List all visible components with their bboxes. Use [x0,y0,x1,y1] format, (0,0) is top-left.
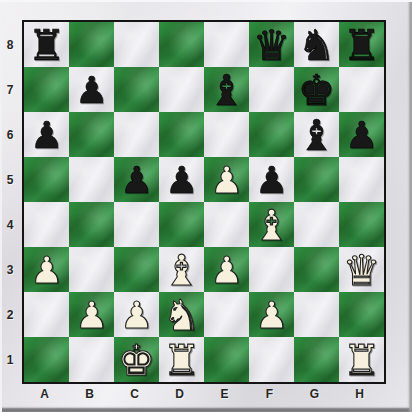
file-label-a: A [22,384,67,408]
square-b8[interactable] [69,22,114,67]
rank-label-4: 4 [0,202,20,247]
white-bishop-d3: ♝ [163,250,201,292]
square-e2[interactable] [204,292,249,337]
square-d8[interactable] [159,22,204,67]
white-king-c1: ♚ [118,340,156,382]
square-f2[interactable]: ♟ [249,292,294,337]
square-g6[interactable]: ♝ [294,112,339,157]
square-e6[interactable] [204,112,249,157]
black-bishop-g6: ♝ [298,115,336,157]
file-label-g: G [292,384,337,408]
square-h5[interactable] [339,157,384,202]
white-queen-h3: ♛ [343,250,381,292]
rank-labels: 87654321 [0,20,22,384]
square-a5[interactable] [24,157,69,202]
square-b4[interactable] [69,202,114,247]
square-a2[interactable] [24,292,69,337]
black-king-g7: ♚ [298,70,336,112]
square-c2[interactable]: ♟ [114,292,159,337]
square-h1[interactable]: ♜ [339,337,384,382]
square-d4[interactable] [159,202,204,247]
black-bishop-e7: ♝ [208,70,246,112]
square-e8[interactable] [204,22,249,67]
rank-label-1: 1 [0,337,20,382]
white-rook-d1: ♜ [163,340,201,382]
square-h7[interactable] [339,67,384,112]
white-pawn-a3: ♟ [30,252,63,289]
square-e5[interactable]: ♟ [204,157,249,202]
square-g1[interactable] [294,337,339,382]
square-h3[interactable]: ♛ [339,247,384,292]
black-pawn-d5: ♟ [165,162,198,199]
square-d7[interactable] [159,67,204,112]
white-knight-d2: ♞ [163,295,201,337]
square-b1[interactable] [69,337,114,382]
rank-label-5: 5 [0,157,20,202]
black-pawn-h6: ♟ [345,117,378,154]
rank-label-3: 3 [0,247,20,292]
square-d3[interactable]: ♝ [159,247,204,292]
rank-label-7: 7 [0,67,20,112]
square-g2[interactable] [294,292,339,337]
square-b7[interactable]: ♟ [69,67,114,112]
chessboard-scene: ♜♛♞♜♟♝♚♟♝♟♟♟♟♟♝♟♝♟♛♟♟♞♟♚♜♜ 87654321 ABCD… [0,0,412,412]
square-g4[interactable] [294,202,339,247]
square-c5[interactable]: ♟ [114,157,159,202]
black-pawn-f5: ♟ [255,162,288,199]
square-g8[interactable]: ♞ [294,22,339,67]
square-f6[interactable] [249,112,294,157]
square-d6[interactable] [159,112,204,157]
square-c3[interactable] [114,247,159,292]
file-label-f: F [247,384,292,408]
square-h2[interactable] [339,292,384,337]
square-f1[interactable] [249,337,294,382]
square-b3[interactable] [69,247,114,292]
square-b5[interactable] [69,157,114,202]
black-rook-h8: ♜ [343,25,381,67]
black-pawn-b7: ♟ [75,72,108,109]
square-b2[interactable]: ♟ [69,292,114,337]
square-a7[interactable] [24,67,69,112]
square-c7[interactable] [114,67,159,112]
square-e3[interactable]: ♟ [204,247,249,292]
square-a6[interactable]: ♟ [24,112,69,157]
square-h6[interactable]: ♟ [339,112,384,157]
black-knight-g8: ♞ [298,25,336,67]
chess-board: ♜♛♞♜♟♝♚♟♝♟♟♟♟♟♝♟♝♟♛♟♟♞♟♚♜♜ [22,20,386,384]
black-pawn-a6: ♟ [30,117,63,154]
square-a3[interactable]: ♟ [24,247,69,292]
file-label-c: C [112,384,157,408]
square-g7[interactable]: ♚ [294,67,339,112]
white-pawn-e5: ♟ [210,162,243,199]
rank-label-8: 8 [0,22,20,67]
file-label-e: E [202,384,247,408]
square-e1[interactable] [204,337,249,382]
rank-label-6: 6 [0,112,20,157]
square-c1[interactable]: ♚ [114,337,159,382]
square-g3[interactable] [294,247,339,292]
square-d1[interactable]: ♜ [159,337,204,382]
white-pawn-e3: ♟ [210,252,243,289]
white-rook-h1: ♜ [343,340,381,382]
square-e4[interactable] [204,202,249,247]
square-b6[interactable] [69,112,114,157]
file-labels: ABCDEFGH [22,384,386,408]
square-h4[interactable] [339,202,384,247]
square-e7[interactable]: ♝ [204,67,249,112]
square-h8[interactable]: ♜ [339,22,384,67]
file-label-b: B [67,384,112,408]
black-queen-f8: ♛ [253,25,291,67]
square-f5[interactable]: ♟ [249,157,294,202]
square-d2[interactable]: ♞ [159,292,204,337]
square-a1[interactable] [24,337,69,382]
square-c6[interactable] [114,112,159,157]
square-f4[interactable]: ♝ [249,202,294,247]
square-a4[interactable] [24,202,69,247]
white-pawn-f2: ♟ [255,297,288,334]
square-f8[interactable]: ♛ [249,22,294,67]
black-rook-a8: ♜ [28,25,66,67]
file-label-h: H [337,384,382,408]
file-label-d: D [157,384,202,408]
white-pawn-b2: ♟ [75,297,108,334]
white-bishop-f4: ♝ [253,205,291,247]
square-f7[interactable] [249,67,294,112]
square-c4[interactable] [114,202,159,247]
square-d5[interactable]: ♟ [159,157,204,202]
square-a8[interactable]: ♜ [24,22,69,67]
rank-label-2: 2 [0,292,20,337]
square-c8[interactable] [114,22,159,67]
white-pawn-c2: ♟ [120,297,153,334]
black-pawn-c5: ♟ [120,162,153,199]
square-g5[interactable] [294,157,339,202]
square-f3[interactable] [249,247,294,292]
